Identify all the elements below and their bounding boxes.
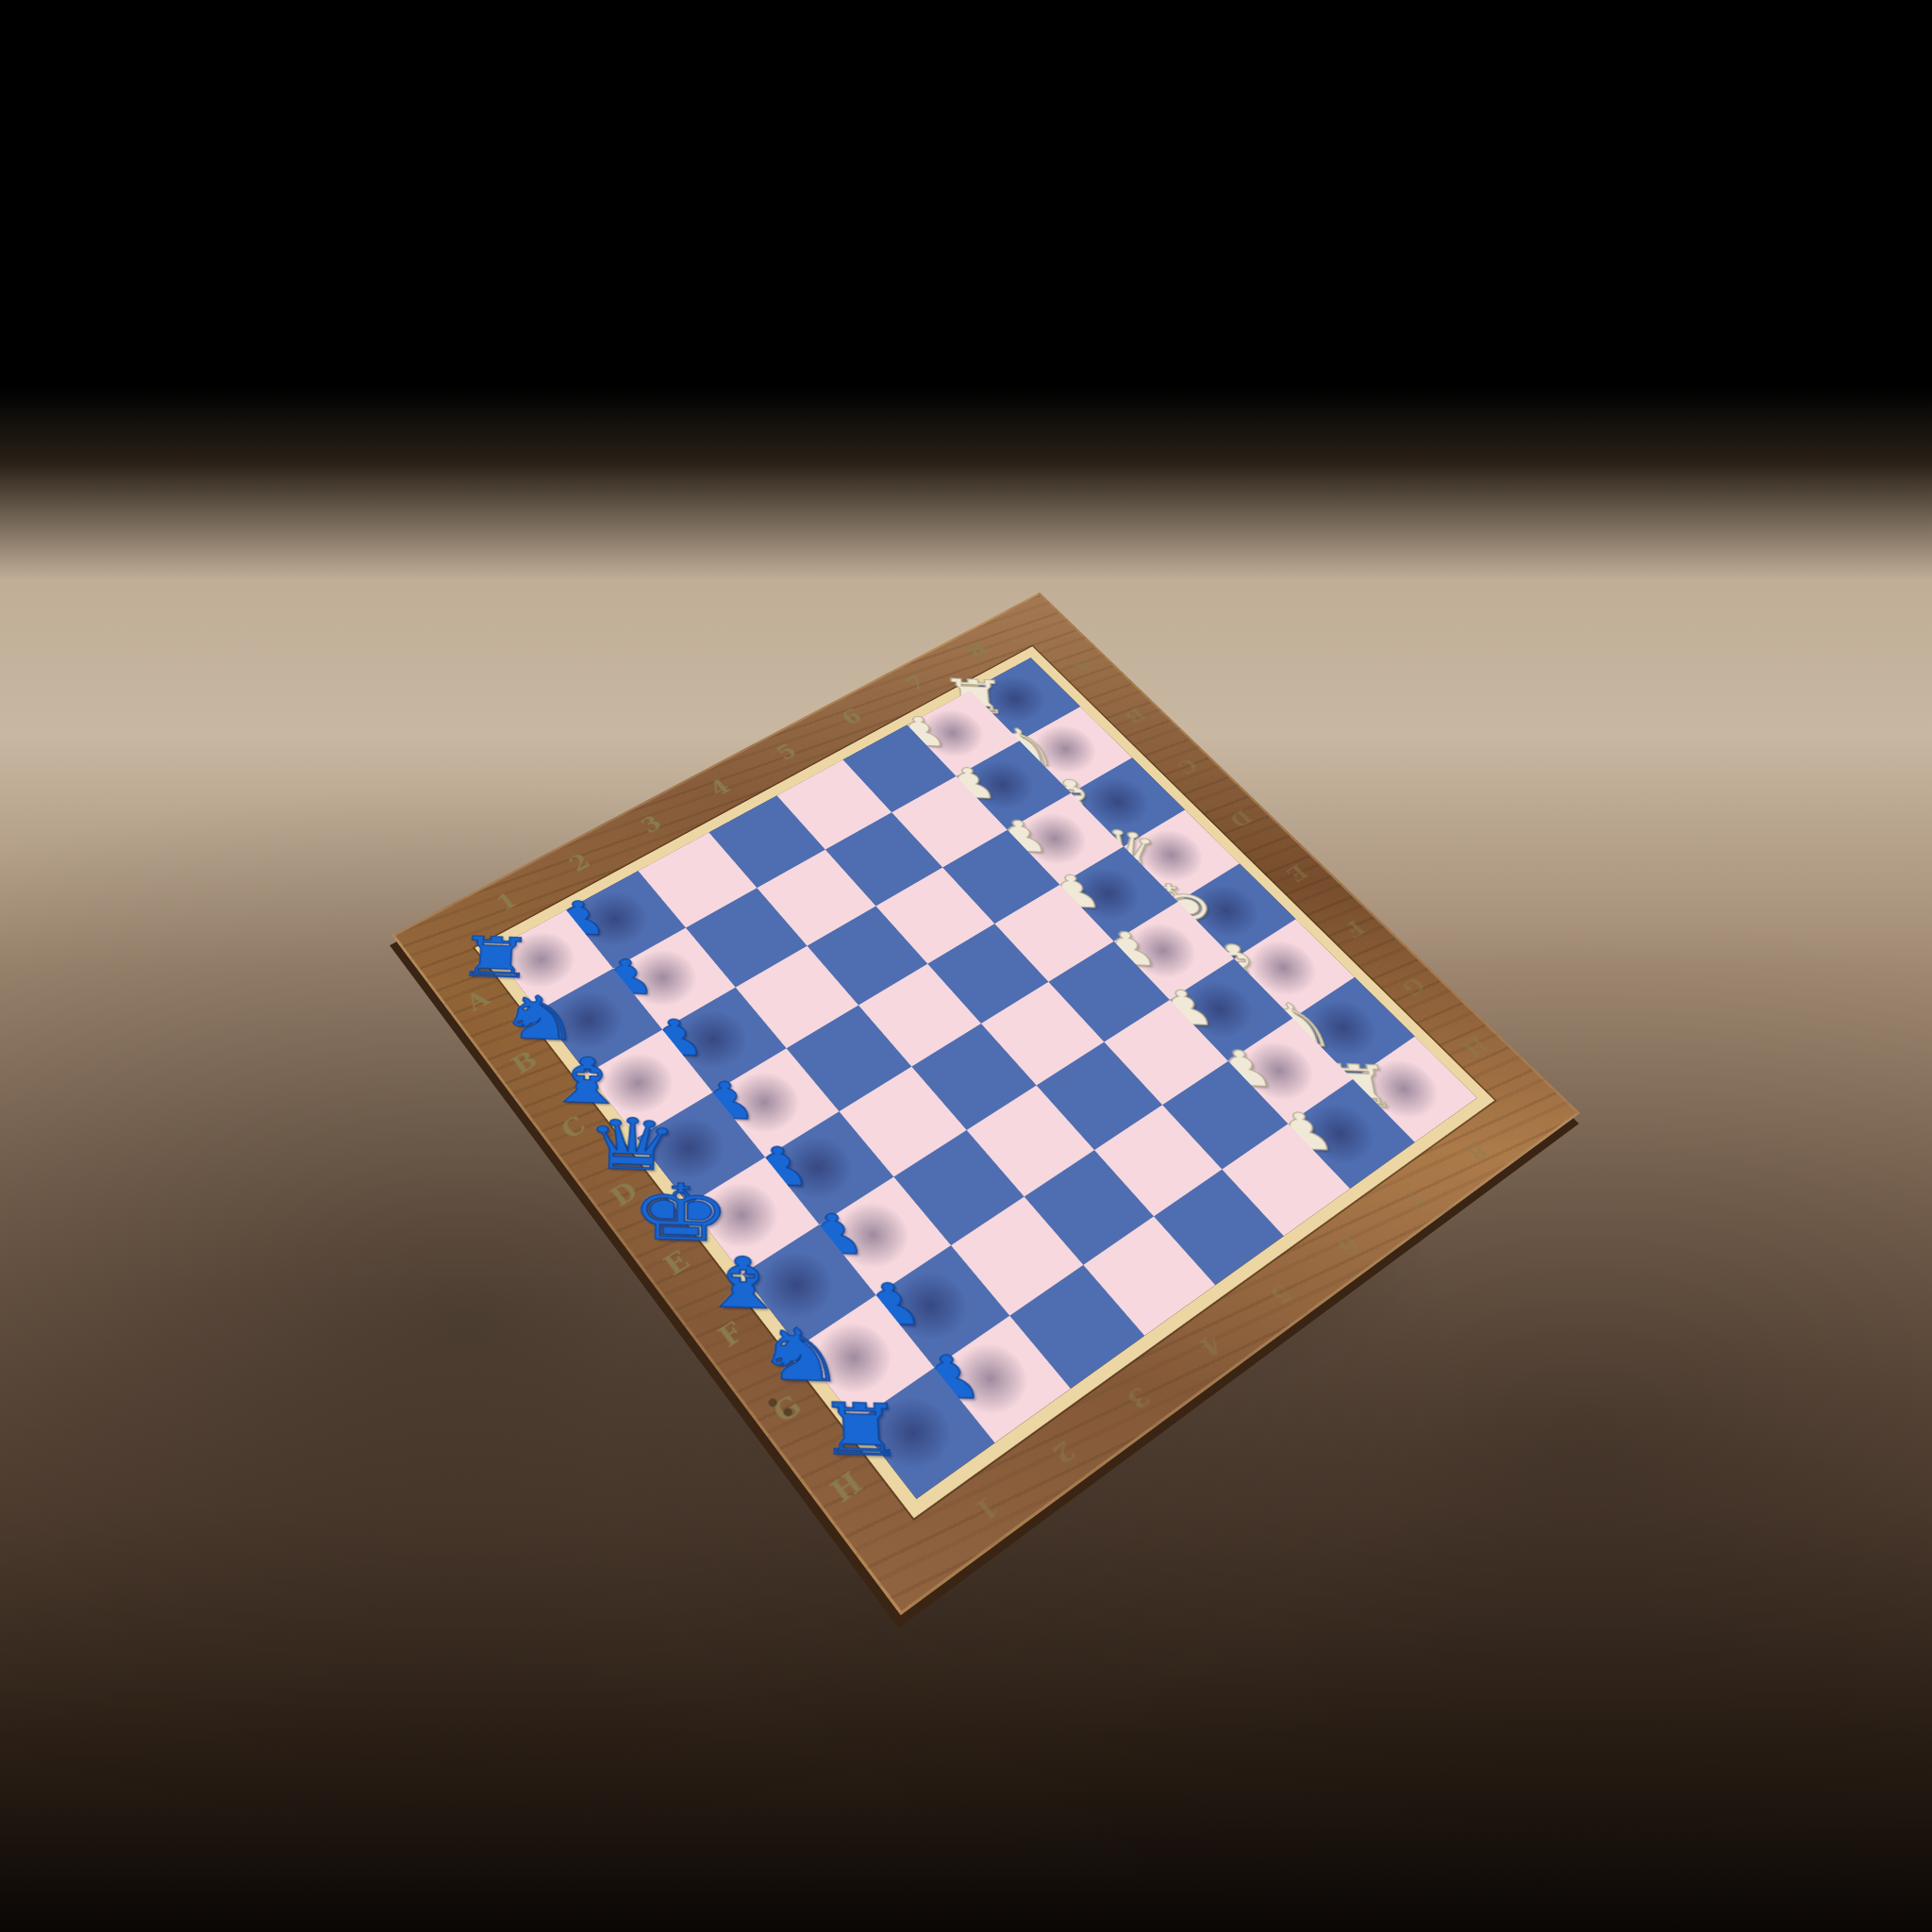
cream-pawn-d7[interactable]: ♟ bbox=[1039, 869, 1107, 915]
cream-pawn-b7[interactable]: ♟ bbox=[936, 761, 1000, 805]
blue-rook-a1[interactable]: ♜ bbox=[455, 929, 536, 987]
piece-shadow bbox=[877, 1257, 984, 1356]
square-g5[interactable] bbox=[1094, 1105, 1223, 1216]
piece-shadow bbox=[936, 1327, 1044, 1431]
blue-pawn-h2[interactable]: ♟ bbox=[910, 1347, 988, 1408]
blue-pawn-g2[interactable]: ♟ bbox=[853, 1275, 927, 1334]
cream-pawn-a7[interactable]: ♟ bbox=[888, 710, 951, 753]
cream-pawn-e7[interactable]: ♟ bbox=[1092, 925, 1162, 974]
square-g3[interactable] bbox=[951, 1196, 1083, 1315]
square-f4[interactable] bbox=[967, 1086, 1094, 1197]
blue-pawn-b2[interactable]: ♟ bbox=[591, 952, 658, 1001]
piece-shadow bbox=[821, 1188, 924, 1283]
square-g2[interactable]: ♟ bbox=[876, 1244, 1010, 1367]
blue-pawn-d2[interactable]: ♟ bbox=[691, 1074, 760, 1127]
square-e2[interactable]: ♟ bbox=[765, 1111, 894, 1224]
piece-shadow bbox=[767, 1122, 869, 1213]
product-photo-backdrop: ♜♞♝♛♚♝♞♜♟♟♟♟♟♟♟♟♟♟♟♟♟♟♟♟♜♞♝♛♚♝♞♜ 8765432… bbox=[0, 0, 1932, 1932]
blue-pawn-a2[interactable]: ♟ bbox=[544, 894, 610, 942]
square-d2[interactable]: ♟ bbox=[713, 1048, 840, 1158]
cream-pawn-c7[interactable]: ♟ bbox=[987, 814, 1053, 859]
cream-pawn-f7[interactable]: ♟ bbox=[1147, 983, 1219, 1032]
blue-pawn-e2[interactable]: ♟ bbox=[743, 1139, 814, 1193]
